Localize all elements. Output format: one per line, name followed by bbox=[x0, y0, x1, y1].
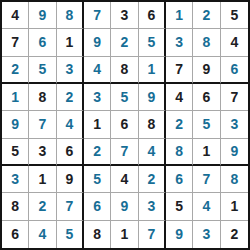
digit: 1 bbox=[230, 199, 238, 213]
digit: 2 bbox=[121, 35, 129, 49]
digit: 5 bbox=[203, 117, 211, 131]
digit: 2 bbox=[93, 144, 101, 158]
cell-r4c7[interactable]: 4 bbox=[166, 84, 193, 111]
digit: 3 bbox=[175, 35, 183, 49]
digit: 2 bbox=[39, 199, 47, 213]
digit: 6 bbox=[93, 199, 101, 213]
cell-r4c1[interactable]: 1 bbox=[2, 84, 29, 111]
digit: 3 bbox=[65, 62, 73, 76]
digit: 5 bbox=[39, 62, 47, 76]
cell-r6c5[interactable]: 7 bbox=[111, 139, 138, 166]
cell-r3c6[interactable]: 1 bbox=[139, 57, 166, 84]
digit: 9 bbox=[121, 199, 129, 213]
cell-r3c4[interactable]: 4 bbox=[84, 57, 111, 84]
cell-r4c3[interactable]: 2 bbox=[57, 84, 84, 111]
digit: 6 bbox=[121, 117, 129, 131]
digit: 2 bbox=[203, 8, 211, 22]
digit: 7 bbox=[39, 117, 47, 131]
cell-r8c4[interactable]: 6 bbox=[84, 193, 111, 220]
cell-r4c8[interactable]: 6 bbox=[193, 84, 220, 111]
digit: 4 bbox=[39, 227, 47, 241]
cell-r8c2[interactable]: 2 bbox=[29, 193, 56, 220]
digit: 1 bbox=[147, 62, 155, 76]
digit: 3 bbox=[39, 144, 47, 158]
digit: 4 bbox=[121, 172, 129, 186]
digit: 1 bbox=[65, 35, 73, 49]
digit: 2 bbox=[11, 62, 19, 76]
cell-r7c2[interactable]: 1 bbox=[29, 166, 56, 193]
cell-r7c8[interactable]: 7 bbox=[193, 166, 220, 193]
digit: 3 bbox=[147, 199, 155, 213]
digit: 6 bbox=[175, 172, 183, 186]
cell-r6c2[interactable]: 3 bbox=[29, 139, 56, 166]
digit: 9 bbox=[203, 62, 211, 76]
digit: 2 bbox=[147, 172, 155, 186]
cell-r6c1[interactable]: 5 bbox=[2, 139, 29, 166]
cell-r7c4[interactable]: 5 bbox=[84, 166, 111, 193]
cell-r8c7[interactable]: 5 bbox=[166, 193, 193, 220]
digit: 7 bbox=[121, 144, 129, 158]
cell-r5c2[interactable]: 7 bbox=[29, 111, 56, 138]
cell-r2c4[interactable]: 9 bbox=[84, 29, 111, 56]
cell-r9c7[interactable]: 9 bbox=[166, 221, 193, 248]
digit: 7 bbox=[11, 35, 19, 49]
digit: 5 bbox=[147, 35, 155, 49]
digit: 5 bbox=[65, 227, 73, 241]
digit: 8 bbox=[203, 35, 211, 49]
cell-r7c3[interactable]: 9 bbox=[57, 166, 84, 193]
digit: 4 bbox=[65, 117, 73, 131]
digit: 2 bbox=[65, 90, 73, 104]
cell-r4c9[interactable]: 7 bbox=[221, 84, 248, 111]
cell-r3c1[interactable]: 2 bbox=[2, 57, 29, 84]
digit: 1 bbox=[93, 117, 101, 131]
cell-r1c2[interactable]: 9 bbox=[29, 2, 56, 29]
cell-r7c5[interactable]: 4 bbox=[111, 166, 138, 193]
cell-r7c1[interactable]: 3 bbox=[2, 166, 29, 193]
digit: 4 bbox=[203, 199, 211, 213]
digit: 8 bbox=[65, 8, 73, 22]
cell-r5c4[interactable]: 1 bbox=[84, 111, 111, 138]
digit: 8 bbox=[230, 172, 238, 186]
digit: 5 bbox=[121, 90, 129, 104]
cell-r9c1[interactable]: 6 bbox=[2, 221, 29, 248]
cell-r9c4[interactable]: 8 bbox=[84, 221, 111, 248]
cell-r8c9[interactable]: 1 bbox=[221, 193, 248, 220]
digit: 7 bbox=[147, 227, 155, 241]
cell-r6c4[interactable]: 2 bbox=[84, 139, 111, 166]
cell-r8c1[interactable]: 8 bbox=[2, 193, 29, 220]
digit: 8 bbox=[147, 117, 155, 131]
cell-r7c9[interactable]: 8 bbox=[221, 166, 248, 193]
cell-r1c8[interactable]: 2 bbox=[193, 2, 220, 29]
cell-r7c7[interactable]: 6 bbox=[166, 166, 193, 193]
cell-r4c5[interactable]: 5 bbox=[111, 84, 138, 111]
digit: 7 bbox=[203, 172, 211, 186]
digit: 2 bbox=[175, 117, 183, 131]
digit: 7 bbox=[230, 90, 238, 104]
cell-r5c9[interactable]: 3 bbox=[221, 111, 248, 138]
digit: 7 bbox=[175, 62, 183, 76]
digit: 3 bbox=[11, 172, 19, 186]
digit: 4 bbox=[230, 35, 238, 49]
cell-r8c8[interactable]: 4 bbox=[193, 193, 220, 220]
digit: 9 bbox=[230, 144, 238, 158]
cell-r2c5[interactable]: 2 bbox=[111, 29, 138, 56]
digit: 5 bbox=[11, 144, 19, 158]
cell-r8c6[interactable]: 3 bbox=[139, 193, 166, 220]
digit: 4 bbox=[93, 62, 101, 76]
cell-r2c3[interactable]: 1 bbox=[57, 29, 84, 56]
cell-r3c8[interactable]: 9 bbox=[193, 57, 220, 84]
digit: 3 bbox=[230, 117, 238, 131]
cell-r5c7[interactable]: 2 bbox=[166, 111, 193, 138]
cell-r3c5[interactable]: 8 bbox=[111, 57, 138, 84]
cell-r9c5[interactable]: 1 bbox=[111, 221, 138, 248]
cell-r9c8[interactable]: 3 bbox=[193, 221, 220, 248]
digit: 4 bbox=[147, 144, 155, 158]
cell-r9c3[interactable]: 5 bbox=[57, 221, 84, 248]
digit: 4 bbox=[175, 90, 183, 104]
digit: 7 bbox=[65, 199, 73, 213]
cell-r9c2[interactable]: 4 bbox=[29, 221, 56, 248]
cell-r5c5[interactable]: 6 bbox=[111, 111, 138, 138]
cell-r3c3[interactable]: 3 bbox=[57, 57, 84, 84]
digit: 2 bbox=[230, 227, 238, 241]
cell-r3c9[interactable]: 6 bbox=[221, 57, 248, 84]
digit: 9 bbox=[175, 227, 183, 241]
cell-r5c3[interactable]: 4 bbox=[57, 111, 84, 138]
digit: 6 bbox=[230, 62, 238, 76]
digit: 1 bbox=[175, 8, 183, 22]
cell-r6c6[interactable]: 4 bbox=[139, 139, 166, 166]
digit: 7 bbox=[93, 8, 101, 22]
digit: 5 bbox=[230, 8, 238, 22]
cell-r6c9[interactable]: 9 bbox=[221, 139, 248, 166]
digit: 9 bbox=[65, 172, 73, 186]
cell-r5c6[interactable]: 8 bbox=[139, 111, 166, 138]
cell-r3c2[interactable]: 5 bbox=[29, 57, 56, 84]
cell-r1c4[interactable]: 7 bbox=[84, 2, 111, 29]
digit: 8 bbox=[121, 62, 129, 76]
cell-r2c8[interactable]: 8 bbox=[193, 29, 220, 56]
digit: 1 bbox=[121, 227, 129, 241]
digit: 6 bbox=[65, 144, 73, 158]
digit: 1 bbox=[11, 90, 19, 104]
cell-r1c7[interactable]: 1 bbox=[166, 2, 193, 29]
digit: 8 bbox=[39, 90, 47, 104]
cell-r1c9[interactable]: 5 bbox=[221, 2, 248, 29]
digit: 9 bbox=[147, 90, 155, 104]
digit: 6 bbox=[203, 90, 211, 104]
digit: 6 bbox=[147, 8, 155, 22]
digit: 9 bbox=[93, 35, 101, 49]
cell-r1c5[interactable]: 3 bbox=[111, 2, 138, 29]
digit: 9 bbox=[11, 117, 19, 131]
cell-r2c9[interactable]: 4 bbox=[221, 29, 248, 56]
cell-r3c7[interactable]: 7 bbox=[166, 57, 193, 84]
digit: 6 bbox=[39, 35, 47, 49]
cell-r7c6[interactable]: 2 bbox=[139, 166, 166, 193]
sudoku-board: 4987361257619253842534817961823594679741… bbox=[0, 0, 250, 250]
digit: 8 bbox=[93, 227, 101, 241]
digit: 3 bbox=[121, 8, 129, 22]
digit: 3 bbox=[203, 227, 211, 241]
cell-r4c4[interactable]: 3 bbox=[84, 84, 111, 111]
cell-r9c6[interactable]: 7 bbox=[139, 221, 166, 248]
cell-r6c7[interactable]: 8 bbox=[166, 139, 193, 166]
cell-r6c8[interactable]: 1 bbox=[193, 139, 220, 166]
digit: 8 bbox=[11, 199, 19, 213]
cell-r2c7[interactable]: 3 bbox=[166, 29, 193, 56]
cell-r8c5[interactable]: 9 bbox=[111, 193, 138, 220]
digit: 3 bbox=[93, 90, 101, 104]
cell-r2c2[interactable]: 6 bbox=[29, 29, 56, 56]
cell-r2c6[interactable]: 5 bbox=[139, 29, 166, 56]
digit: 1 bbox=[203, 144, 211, 158]
cell-r1c1[interactable]: 4 bbox=[2, 2, 29, 29]
digit: 9 bbox=[39, 8, 47, 22]
cell-r2c1[interactable]: 7 bbox=[2, 29, 29, 56]
cell-r5c1[interactable]: 9 bbox=[2, 111, 29, 138]
cell-r1c6[interactable]: 6 bbox=[139, 2, 166, 29]
cell-r5c8[interactable]: 5 bbox=[193, 111, 220, 138]
digit: 8 bbox=[175, 144, 183, 158]
cell-r9c9[interactable]: 2 bbox=[221, 221, 248, 248]
cell-r1c3[interactable]: 8 bbox=[57, 2, 84, 29]
cell-r8c3[interactable]: 7 bbox=[57, 193, 84, 220]
cell-r4c2[interactable]: 8 bbox=[29, 84, 56, 111]
digit: 4 bbox=[11, 8, 19, 22]
digit: 5 bbox=[93, 172, 101, 186]
cell-r4c6[interactable]: 9 bbox=[139, 84, 166, 111]
digit: 6 bbox=[11, 227, 19, 241]
cell-r6c3[interactable]: 6 bbox=[57, 139, 84, 166]
digit: 1 bbox=[39, 172, 47, 186]
digit: 5 bbox=[175, 199, 183, 213]
